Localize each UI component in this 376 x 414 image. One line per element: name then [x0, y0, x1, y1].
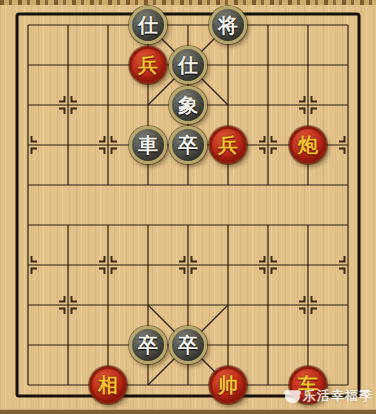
xiangqi-board: 仕将兵仕象車卒兵炮卒卒相帅车 乐活幸福季: [0, 0, 376, 414]
piece-black-general[interactable]: 将: [209, 6, 247, 44]
piece-black-advisor[interactable]: 仕: [129, 6, 167, 44]
watermark-logo-icon: [285, 390, 300, 403]
piece-black-elephant[interactable]: 象: [169, 86, 207, 124]
board-top-edge: [0, 0, 376, 5]
piece-black-soldier[interactable]: 卒: [169, 126, 207, 164]
piece-red-soldier[interactable]: 兵: [209, 126, 247, 164]
piece-black-soldier[interactable]: 卒: [129, 326, 167, 364]
piece-red-elephant[interactable]: 相: [89, 366, 127, 404]
piece-black-chariot[interactable]: 車: [129, 126, 167, 164]
piece-red-general[interactable]: 帅: [209, 366, 247, 404]
piece-black-advisor[interactable]: 仕: [169, 46, 207, 84]
piece-red-cannon[interactable]: 炮: [289, 126, 327, 164]
board-bottom-edge: [0, 409, 376, 414]
watermark: 乐活幸福季: [285, 387, 373, 405]
watermark-text: 乐活幸福季: [303, 387, 373, 405]
piece-black-soldier[interactable]: 卒: [169, 326, 207, 364]
piece-red-soldier[interactable]: 兵: [129, 46, 167, 84]
board-intersections-grid: 仕将兵仕象車卒兵炮卒卒相帅车: [8, 5, 368, 405]
